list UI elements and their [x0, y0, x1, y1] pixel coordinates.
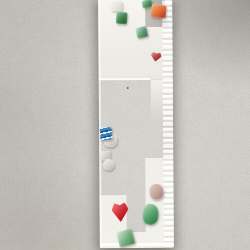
green-chip-upper-left — [116, 12, 128, 25]
blue-chip — [100, 127, 113, 141]
red-chip-small — [150, 51, 163, 63]
chips-layer — [98, 0, 174, 248]
tan-chip — [149, 183, 165, 200]
red-gem-chip — [111, 201, 129, 222]
white-chip-top — [111, 1, 123, 12]
green-chip-bottom-right — [142, 204, 159, 226]
white-chip-lower-b — [102, 158, 115, 171]
green-chip-mid-upper — [135, 26, 148, 39]
photo-scene — [0, 0, 250, 250]
orange-chip — [151, 4, 167, 18]
glass-plate — [98, 0, 174, 248]
green-chip-bottom-left — [116, 228, 135, 247]
